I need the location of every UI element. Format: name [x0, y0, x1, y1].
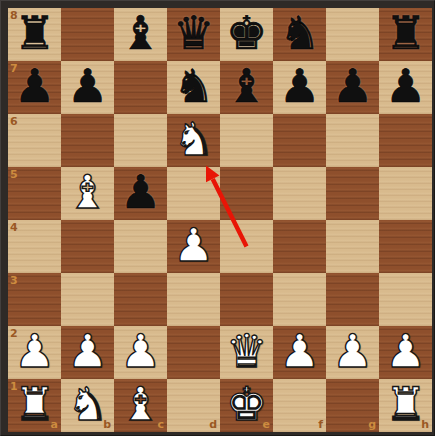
piece-white-rook[interactable]: ♜ — [379, 379, 432, 432]
piece-black-knight[interactable]: ♞ — [167, 61, 220, 114]
square-f4[interactable] — [273, 220, 326, 273]
rank-label-3: 3 — [10, 275, 18, 286]
chess-board: 8♜♝♛♚♞♜7♟♟♞♝♟♟♟6♞5♝♟4♟32♟♟♟♛♟♟♟1a♜b♞c♝de… — [8, 8, 432, 432]
piece-white-pawn[interactable]: ♟ — [61, 326, 114, 379]
square-e5[interactable] — [220, 167, 273, 220]
piece-black-rook[interactable]: ♜ — [8, 8, 61, 61]
square-h2[interactable]: ♟ — [379, 326, 432, 379]
piece-white-rook[interactable]: ♜ — [8, 379, 61, 432]
rank-label-5: 5 — [10, 169, 18, 180]
square-c5[interactable]: ♟ — [114, 167, 167, 220]
piece-white-knight[interactable]: ♞ — [61, 379, 114, 432]
square-h7[interactable]: ♟ — [379, 61, 432, 114]
rank-label-4: 4 — [10, 222, 18, 233]
square-g8[interactable] — [326, 8, 379, 61]
square-d8[interactable]: ♛ — [167, 8, 220, 61]
square-e1[interactable]: e♚ — [220, 379, 273, 432]
piece-black-rook[interactable]: ♜ — [379, 8, 432, 61]
square-a4[interactable]: 4 — [8, 220, 61, 273]
piece-white-pawn[interactable]: ♟ — [8, 326, 61, 379]
square-b6[interactable] — [61, 114, 114, 167]
file-label-d: d — [209, 419, 217, 430]
square-f6[interactable] — [273, 114, 326, 167]
square-d2[interactable] — [167, 326, 220, 379]
piece-white-bishop[interactable]: ♝ — [114, 379, 167, 432]
piece-white-pawn[interactable]: ♟ — [326, 326, 379, 379]
square-d1[interactable]: d — [167, 379, 220, 432]
piece-white-bishop[interactable]: ♝ — [61, 167, 114, 220]
piece-black-pawn[interactable]: ♟ — [326, 61, 379, 114]
square-d3[interactable] — [167, 273, 220, 326]
square-f5[interactable] — [273, 167, 326, 220]
square-b7[interactable]: ♟ — [61, 61, 114, 114]
piece-black-pawn[interactable]: ♟ — [379, 61, 432, 114]
square-g3[interactable] — [326, 273, 379, 326]
square-b4[interactable] — [61, 220, 114, 273]
square-b5[interactable]: ♝ — [61, 167, 114, 220]
square-c3[interactable] — [114, 273, 167, 326]
piece-white-king[interactable]: ♚ — [220, 379, 273, 432]
square-e8[interactable]: ♚ — [220, 8, 273, 61]
file-label-f: f — [318, 419, 323, 430]
square-b3[interactable] — [61, 273, 114, 326]
piece-white-pawn[interactable]: ♟ — [273, 326, 326, 379]
square-e2[interactable]: ♛ — [220, 326, 273, 379]
square-d7[interactable]: ♞ — [167, 61, 220, 114]
square-c4[interactable] — [114, 220, 167, 273]
square-a7[interactable]: 7♟ — [8, 61, 61, 114]
square-h6[interactable] — [379, 114, 432, 167]
square-b8[interactable] — [61, 8, 114, 61]
square-a8[interactable]: 8♜ — [8, 8, 61, 61]
piece-black-bishop[interactable]: ♝ — [114, 8, 167, 61]
piece-white-pawn[interactable]: ♟ — [167, 220, 220, 273]
piece-black-bishop[interactable]: ♝ — [220, 61, 273, 114]
rank-label-6: 6 — [10, 116, 18, 127]
square-e4[interactable] — [220, 220, 273, 273]
square-d4[interactable]: ♟ — [167, 220, 220, 273]
square-f1[interactable]: f — [273, 379, 326, 432]
file-label-g: g — [368, 419, 376, 430]
square-c8[interactable]: ♝ — [114, 8, 167, 61]
square-e3[interactable] — [220, 273, 273, 326]
piece-white-pawn[interactable]: ♟ — [379, 326, 432, 379]
square-h5[interactable] — [379, 167, 432, 220]
piece-white-pawn[interactable]: ♟ — [114, 326, 167, 379]
square-e7[interactable]: ♝ — [220, 61, 273, 114]
piece-white-knight[interactable]: ♞ — [167, 114, 220, 167]
square-g6[interactable] — [326, 114, 379, 167]
square-f3[interactable] — [273, 273, 326, 326]
square-h8[interactable]: ♜ — [379, 8, 432, 61]
piece-white-queen[interactable]: ♛ — [220, 326, 273, 379]
square-h1[interactable]: h♜ — [379, 379, 432, 432]
square-a2[interactable]: 2♟ — [8, 326, 61, 379]
piece-black-queen[interactable]: ♛ — [167, 8, 220, 61]
square-g2[interactable]: ♟ — [326, 326, 379, 379]
square-c6[interactable] — [114, 114, 167, 167]
square-f2[interactable]: ♟ — [273, 326, 326, 379]
square-f7[interactable]: ♟ — [273, 61, 326, 114]
square-g4[interactable] — [326, 220, 379, 273]
square-a5[interactable]: 5 — [8, 167, 61, 220]
square-h4[interactable] — [379, 220, 432, 273]
square-g1[interactable]: g — [326, 379, 379, 432]
square-g5[interactable] — [326, 167, 379, 220]
chessboard-frame: 8♜♝♛♚♞♜7♟♟♞♝♟♟♟6♞5♝♟4♟32♟♟♟♛♟♟♟1a♜b♞c♝de… — [0, 0, 435, 436]
square-c2[interactable]: ♟ — [114, 326, 167, 379]
square-a6[interactable]: 6 — [8, 114, 61, 167]
piece-black-pawn[interactable]: ♟ — [61, 61, 114, 114]
piece-black-pawn[interactable]: ♟ — [8, 61, 61, 114]
square-b1[interactable]: b♞ — [61, 379, 114, 432]
square-a1[interactable]: 1a♜ — [8, 379, 61, 432]
square-f8[interactable]: ♞ — [273, 8, 326, 61]
piece-black-pawn[interactable]: ♟ — [114, 167, 167, 220]
piece-black-king[interactable]: ♚ — [220, 8, 273, 61]
square-c7[interactable] — [114, 61, 167, 114]
square-b2[interactable]: ♟ — [61, 326, 114, 379]
square-a3[interactable]: 3 — [8, 273, 61, 326]
square-h3[interactable] — [379, 273, 432, 326]
piece-black-knight[interactable]: ♞ — [273, 8, 326, 61]
square-d5[interactable] — [167, 167, 220, 220]
piece-black-pawn[interactable]: ♟ — [273, 61, 326, 114]
square-g7[interactable]: ♟ — [326, 61, 379, 114]
square-d6[interactable]: ♞ — [167, 114, 220, 167]
square-c1[interactable]: c♝ — [114, 379, 167, 432]
square-e6[interactable] — [220, 114, 273, 167]
